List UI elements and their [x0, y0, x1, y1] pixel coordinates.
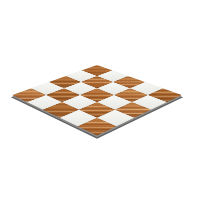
- chessboard: [12, 65, 182, 136]
- product-photo-canvas: [0, 0, 200, 200]
- chessboard-perspective-wrap: [37, 35, 157, 155]
